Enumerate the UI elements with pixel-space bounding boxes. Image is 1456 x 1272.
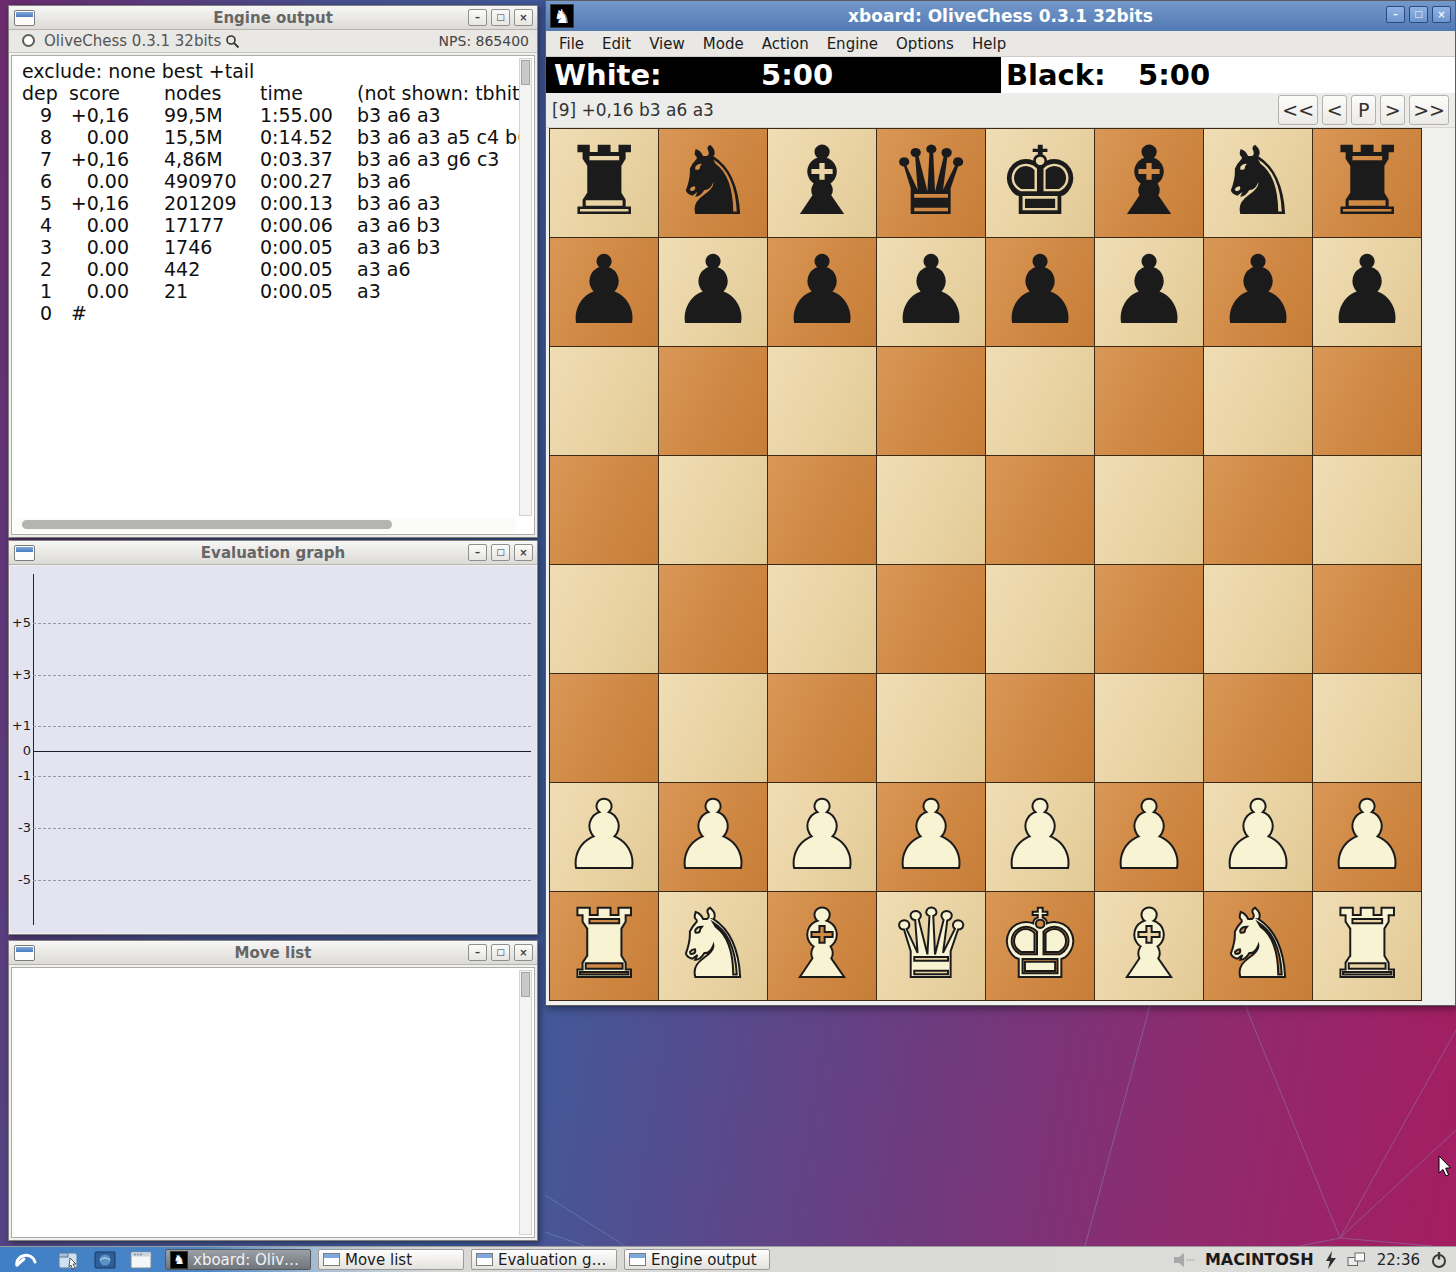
minimize-icon[interactable]: – — [468, 544, 487, 561]
engine-pv-row: 30.0017460:00.05a3 a6 b3 — [12, 236, 534, 258]
square-c6[interactable] — [768, 347, 876, 455]
main-window-title: xboard: OliveChess 0.3.1 32bits — [546, 1, 1455, 31]
xboard-main-window: ♞ xboard: OliveChess 0.3.1 32bits – □ × … — [545, 0, 1456, 1006]
window-icon — [629, 1253, 646, 1266]
taskbar-button-label: Move list — [345, 1251, 412, 1269]
window-icon — [14, 10, 35, 26]
maximize-icon[interactable]: □ — [1409, 6, 1428, 23]
status-bar: [9] +0,16 b3 a6 a3 <<<P>>> — [546, 93, 1455, 128]
square-e7[interactable]: ♟ — [986, 238, 1094, 346]
square-a1[interactable]: ♜ — [550, 892, 658, 1000]
engine-pv-row: 80.0015,5M0:14.52b3 a6 a3 a5 c4 b6 — [12, 126, 534, 148]
move-list-title: Move list — [9, 941, 537, 965]
taskbar-button-engine-output[interactable]: Engine output — [624, 1249, 770, 1270]
square-g3[interactable] — [1204, 674, 1312, 782]
square-g5[interactable] — [1204, 456, 1312, 564]
square-b3[interactable] — [659, 674, 767, 782]
square-f6[interactable] — [1095, 347, 1203, 455]
exclude-line: exclude: none best +tail — [12, 60, 534, 82]
main-titlebar[interactable]: ♞ xboard: OliveChess 0.3.1 32bits – □ × — [546, 1, 1455, 31]
close-icon[interactable]: × — [1432, 6, 1451, 23]
white-pawn: ♟ — [779, 788, 864, 887]
white-pawn: ♟ — [1324, 788, 1409, 887]
gridline-+1 — [33, 726, 531, 727]
engine-pv-row: 0# — [12, 302, 534, 324]
horizontal-scrollbar[interactable] — [14, 518, 516, 532]
black-king: ♚ — [997, 134, 1082, 233]
square-f7[interactable]: ♟ — [1095, 238, 1203, 346]
square-f2[interactable]: ♟ — [1095, 783, 1203, 891]
nav-forward-button[interactable]: > — [1380, 95, 1405, 125]
y-tick-label: 0 — [10, 742, 31, 760]
maximize-icon[interactable]: □ — [491, 9, 510, 26]
taskbar-window-buttons: ♞xboard: OliveC...Move listEvaluation gr… — [165, 1249, 770, 1270]
show-desktop-icon[interactable] — [127, 1248, 154, 1272]
menu-action[interactable]: Action — [753, 31, 818, 57]
engine-name: OliveChess 0.3.1 32bits — [44, 32, 221, 50]
taskbar-button-evaluation-graph[interactable]: Evaluation graph — [471, 1249, 617, 1270]
square-c2[interactable]: ♟ — [768, 783, 876, 891]
gridline-0 — [33, 751, 531, 752]
taskbar-button-xboard-olivec-[interactable]: ♞xboard: OliveC... — [165, 1249, 311, 1270]
square-h7[interactable]: ♟ — [1313, 238, 1421, 346]
square-d3[interactable] — [877, 674, 985, 782]
square-a7[interactable]: ♟ — [550, 238, 658, 346]
square-b4[interactable] — [659, 565, 767, 673]
square-d4[interactable] — [877, 565, 985, 673]
square-a2[interactable]: ♟ — [550, 783, 658, 891]
square-b8[interactable]: ♞ — [659, 129, 767, 237]
engine-output-window: Engine output – □ × OliveChess 0.3.1 32b… — [8, 5, 538, 538]
square-g8[interactable]: ♞ — [1204, 129, 1312, 237]
engine-pv-row: 60.004909700:00.27b3 a6 — [12, 170, 534, 192]
y-tick-label: +1 — [10, 717, 31, 735]
square-d7[interactable]: ♟ — [877, 238, 985, 346]
scrollbar-thumb[interactable] — [22, 520, 392, 529]
square-d8[interactable]: ♛ — [877, 129, 985, 237]
y-tick-label: -5 — [10, 871, 31, 889]
black-pawn: ♟ — [1324, 243, 1409, 342]
engine-output-titlebar[interactable]: Engine output – □ × — [9, 6, 537, 30]
white-pawn: ♟ — [670, 788, 755, 887]
square-g6[interactable] — [1204, 347, 1312, 455]
taskbar-button-label: Engine output — [651, 1251, 757, 1269]
clock-label[interactable]: 22:36 — [1377, 1251, 1420, 1269]
gridline--3 — [33, 828, 531, 829]
engine-pv-row: 7+0,164,86M0:03.37b3 a6 a3 g6 c3 — [12, 148, 534, 170]
xboard-knight-icon: ♞ — [550, 4, 574, 28]
move-list-window: Move list – □ × — [8, 940, 538, 1241]
square-b1[interactable]: ♞ — [659, 892, 767, 1000]
square-g7[interactable]: ♟ — [1204, 238, 1312, 346]
engine-header-bar: OliveChess 0.3.1 32bits NPS: 865400 — [9, 30, 537, 53]
nav-fast-forward-button[interactable]: >> — [1409, 95, 1449, 125]
y-tick-label: +5 — [10, 614, 31, 632]
square-d2[interactable]: ♟ — [877, 783, 985, 891]
menu-view[interactable]: View — [640, 31, 694, 57]
move-list-content[interactable] — [11, 967, 535, 1238]
square-c7[interactable]: ♟ — [768, 238, 876, 346]
square-a6[interactable] — [550, 347, 658, 455]
white-rook: ♜ — [561, 897, 646, 996]
square-b2[interactable]: ♟ — [659, 783, 767, 891]
square-e8[interactable]: ♚ — [986, 129, 1094, 237]
y-tick-label: +3 — [10, 666, 31, 684]
mouse-cursor — [1438, 1156, 1454, 1178]
white-clock-time: 5:00 — [761, 57, 833, 93]
white-clock-label: White: — [554, 57, 662, 93]
square-h4[interactable] — [1313, 565, 1421, 673]
taskbar-button-move-list[interactable]: Move list — [318, 1249, 464, 1270]
taskbar: ♞xboard: OliveC...Move listEvaluation gr… — [0, 1246, 1456, 1272]
maximize-icon[interactable]: □ — [491, 944, 510, 961]
square-c8[interactable]: ♝ — [768, 129, 876, 237]
gridline-+3 — [33, 675, 531, 676]
engine-radio-icon[interactable] — [22, 34, 35, 47]
start-menu-button[interactable] — [6, 1247, 46, 1272]
black-bishop: ♝ — [779, 134, 864, 233]
white-clock[interactable]: White: 5:00 — [546, 57, 1001, 93]
black-clock-label: Black: — [1006, 57, 1106, 93]
scrollbar-thumb[interactable] — [521, 972, 530, 997]
evaluation-graph-titlebar[interactable]: Evaluation graph – □ × — [9, 541, 537, 565]
square-g1[interactable]: ♞ — [1204, 892, 1312, 1000]
evaluation-graph-title: Evaluation graph — [9, 541, 537, 565]
knight-icon: ♞ — [170, 1251, 188, 1269]
black-pawn: ♟ — [1106, 243, 1191, 342]
square-a8[interactable]: ♜ — [550, 129, 658, 237]
square-b6[interactable] — [659, 347, 767, 455]
black-clock-time: 5:00 — [1138, 57, 1210, 93]
volume-muted-icon[interactable] — [1173, 1252, 1195, 1268]
gridline-+5 — [33, 623, 531, 624]
menu-edit[interactable]: Edit — [593, 31, 640, 57]
y-axis — [33, 574, 34, 925]
engine-table-header: dep score nodes time (not shown: tbhits — [12, 82, 534, 104]
power-bolt-icon[interactable] — [1324, 1251, 1337, 1269]
menu-file[interactable]: File — [550, 31, 593, 57]
square-a5[interactable] — [550, 456, 658, 564]
square-h3[interactable] — [1313, 674, 1421, 782]
close-icon[interactable]: × — [514, 544, 533, 561]
engine-pv-row: 5+0,162012090:00.13b3 a6 a3 — [12, 192, 534, 214]
engine-pv-row: 40.00171770:00.06a3 a6 b3 — [12, 214, 534, 236]
square-f4[interactable] — [1095, 565, 1203, 673]
white-knight: ♞ — [1215, 897, 1300, 996]
square-h6[interactable] — [1313, 347, 1421, 455]
window-icon — [14, 545, 35, 561]
white-pawn: ♟ — [1106, 788, 1191, 887]
close-icon[interactable]: × — [514, 944, 533, 961]
engine-pv-row: 10.00210:00.05a3 — [12, 280, 534, 302]
y-tick-label: -1 — [10, 767, 31, 785]
black-pawn: ♟ — [670, 243, 755, 342]
black-pawn: ♟ — [888, 243, 973, 342]
square-e3[interactable] — [986, 674, 1094, 782]
scrollbar-thumb[interactable] — [521, 60, 530, 85]
vertical-scrollbar[interactable] — [519, 58, 532, 516]
search-icon[interactable] — [225, 34, 240, 49]
white-king: ♚ — [997, 897, 1082, 996]
chess-board[interactable]: ♜♞♝♛♚♝♞♜♟♟♟♟♟♟♟♟♟♟♟♟♟♟♟♟♜♞♝♛♚♝♞♜ — [549, 128, 1422, 1001]
square-e1[interactable]: ♚ — [986, 892, 1094, 1000]
minimize-icon[interactable]: – — [468, 9, 487, 26]
taskbar-button-label: xboard: OliveC... — [193, 1251, 306, 1269]
window-icon — [323, 1253, 340, 1266]
square-f3[interactable] — [1095, 674, 1203, 782]
square-b5[interactable] — [659, 456, 767, 564]
square-e5[interactable] — [986, 456, 1094, 564]
menu-bar: FileEditViewModeActionEngineOptionsHelp — [546, 31, 1455, 57]
white-pawn: ♟ — [561, 788, 646, 887]
square-h2[interactable]: ♟ — [1313, 783, 1421, 891]
evaluation-graph-canvas[interactable]: +5+3+10-1-3-5 — [10, 566, 536, 933]
black-knight: ♞ — [670, 134, 755, 233]
white-knight: ♞ — [670, 897, 755, 996]
menu-help[interactable]: Help — [963, 31, 1015, 57]
engine-output-title: Engine output — [9, 6, 537, 30]
engine-output-content[interactable]: exclude: none best +tail dep score nodes… — [11, 55, 535, 535]
gridline--1 — [33, 776, 531, 777]
menu-options[interactable]: Options — [887, 31, 963, 57]
square-f5[interactable] — [1095, 456, 1203, 564]
square-c1[interactable]: ♝ — [768, 892, 876, 1000]
menu-engine[interactable]: Engine — [818, 31, 887, 57]
clock-bar: White: 5:00 Black: 5:00 — [546, 57, 1455, 93]
engine-status-text: [9] +0,16 b3 a6 a3 — [552, 93, 714, 128]
engine-pv-row: 20.004420:00.05a3 a6 — [12, 258, 534, 280]
minimize-icon[interactable]: – — [468, 944, 487, 961]
nps-value: NPS: 865400 — [439, 33, 529, 49]
taskbar-button-label: Evaluation graph — [498, 1251, 612, 1269]
desktop-switcher-icon[interactable] — [91, 1248, 118, 1272]
white-bishop: ♝ — [779, 897, 864, 996]
white-pawn: ♟ — [997, 788, 1082, 887]
black-pawn: ♟ — [1215, 243, 1300, 342]
nav-pause-button[interactable]: P — [1351, 95, 1376, 125]
navigation-buttons: <<<P>>> — [1278, 95, 1449, 125]
square-f1[interactable]: ♝ — [1095, 892, 1203, 1000]
square-g2[interactable]: ♟ — [1204, 783, 1312, 891]
square-d5[interactable] — [877, 456, 985, 564]
menu-mode[interactable]: Mode — [694, 31, 753, 57]
square-h8[interactable]: ♜ — [1313, 129, 1421, 237]
square-h5[interactable] — [1313, 456, 1421, 564]
minimize-icon[interactable]: – — [1386, 6, 1405, 23]
window-icon — [476, 1253, 493, 1266]
close-icon[interactable]: × — [514, 9, 533, 26]
black-pawn: ♟ — [997, 243, 1082, 342]
vertical-scrollbar[interactable] — [519, 970, 532, 1235]
square-e2[interactable]: ♟ — [986, 783, 1094, 891]
square-f8[interactable]: ♝ — [1095, 129, 1203, 237]
square-b7[interactable]: ♟ — [659, 238, 767, 346]
nav-rewind-button[interactable]: << — [1278, 95, 1318, 125]
white-queen: ♛ — [888, 897, 973, 996]
white-bishop: ♝ — [1106, 897, 1191, 996]
square-e6[interactable] — [986, 347, 1094, 455]
white-pawn: ♟ — [1215, 788, 1300, 887]
file-manager-icon[interactable] — [55, 1248, 82, 1272]
black-queen: ♛ — [888, 134, 973, 233]
system-tray: MACINTOSH 22:36 — [1173, 1250, 1456, 1269]
black-pawn: ♟ — [779, 243, 864, 342]
square-e4[interactable] — [986, 565, 1094, 673]
black-rook: ♜ — [1324, 134, 1409, 233]
window-pager-icon[interactable] — [1347, 1251, 1367, 1268]
power-icon[interactable] — [1430, 1251, 1448, 1269]
square-c5[interactable] — [768, 456, 876, 564]
black-clock[interactable]: Black: 5:00 — [1001, 57, 1455, 93]
window-icon — [14, 945, 35, 961]
square-h1[interactable]: ♜ — [1313, 892, 1421, 1000]
nav-back-button[interactable]: < — [1322, 95, 1347, 125]
engine-pv-row: 9+0,1699,5M1:55.00b3 a6 a3 — [12, 104, 534, 126]
hostname-label: MACINTOSH — [1205, 1250, 1314, 1269]
square-d1[interactable]: ♛ — [877, 892, 985, 1000]
square-c4[interactable] — [768, 565, 876, 673]
square-c3[interactable] — [768, 674, 876, 782]
square-a3[interactable] — [550, 674, 658, 782]
move-list-titlebar[interactable]: Move list – □ × — [9, 941, 537, 965]
black-pawn: ♟ — [561, 243, 646, 342]
desktop: Engine output – □ × OliveChess 0.3.1 32b… — [0, 0, 1456, 1272]
black-knight: ♞ — [1215, 134, 1300, 233]
evaluation-graph-window: Evaluation graph – □ × +5+3+10-1-3-5 — [8, 540, 538, 935]
square-d6[interactable] — [877, 347, 985, 455]
maximize-icon[interactable]: □ — [491, 544, 510, 561]
white-rook: ♜ — [1324, 897, 1409, 996]
square-g4[interactable] — [1204, 565, 1312, 673]
white-pawn: ♟ — [888, 788, 973, 887]
black-rook: ♜ — [561, 134, 646, 233]
black-bishop: ♝ — [1106, 134, 1191, 233]
square-a4[interactable] — [550, 565, 658, 673]
gridline--5 — [33, 880, 531, 881]
y-tick-label: -3 — [10, 819, 31, 837]
